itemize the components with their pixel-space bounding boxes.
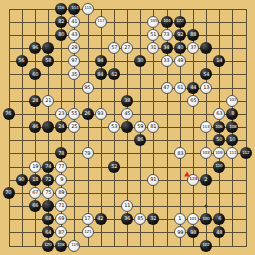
move-number: 25 xyxy=(71,124,77,129)
black-stone-88: 88 xyxy=(187,29,199,41)
move-number: 64 xyxy=(45,230,51,235)
move-number: 45 xyxy=(124,111,130,116)
white-stone-119: 119 xyxy=(68,240,80,252)
move-number: 110 xyxy=(216,164,223,168)
move-number: 46 xyxy=(32,124,38,129)
last-move-marker-icon xyxy=(184,171,190,176)
white-stone-77: 77 xyxy=(55,161,67,173)
move-number: 86 xyxy=(137,138,143,143)
move-number: 47 xyxy=(164,85,170,90)
white-stone-105: 105 xyxy=(147,16,159,28)
black-stone-104: 104 xyxy=(161,16,173,28)
move-number: 43 xyxy=(71,32,77,37)
white-stone-91: 91 xyxy=(147,174,159,186)
move-number: 63 xyxy=(216,111,222,116)
move-number: 122 xyxy=(176,20,183,24)
black-stone-90: 90 xyxy=(16,174,28,186)
white-stone-55: 55 xyxy=(68,108,80,120)
move-number: 40 xyxy=(177,45,183,50)
white-stone-45: 45 xyxy=(121,108,133,120)
white-stone-79: 79 xyxy=(82,147,94,159)
move-number: 83 xyxy=(177,151,183,156)
move-number: 85 xyxy=(137,217,143,222)
move-number: 68 xyxy=(45,217,51,222)
grid-line-horizontal xyxy=(9,140,247,141)
black-stone-120: 120 xyxy=(42,240,54,252)
black-stone-54: 54 xyxy=(200,68,212,80)
move-number: 103 xyxy=(203,151,210,155)
white-stone-23: 23 xyxy=(55,108,67,120)
black-stone-58: 58 xyxy=(42,55,54,67)
black-stone-106: 106 xyxy=(213,121,225,133)
white-stone-71: 71 xyxy=(55,200,67,212)
move-number: 35 xyxy=(71,72,77,77)
black-stone-56: 56 xyxy=(16,55,28,67)
black-stone-24: 24 xyxy=(55,121,67,133)
move-number: 78 xyxy=(58,151,64,156)
move-number: 28 xyxy=(32,98,38,103)
black-stone-82: 82 xyxy=(55,16,67,28)
black-stone-64: 64 xyxy=(42,226,54,238)
move-number: 119 xyxy=(71,243,78,247)
black-stone-handicap xyxy=(42,42,54,54)
black-stone-74: 74 xyxy=(42,161,54,173)
move-number: 77 xyxy=(58,164,64,169)
move-number: 75 xyxy=(45,190,51,195)
move-number: 116 xyxy=(58,6,65,10)
move-number: 95 xyxy=(85,85,91,90)
move-number: 11 xyxy=(124,204,130,209)
move-number: 29 xyxy=(71,45,77,50)
move-number: 67 xyxy=(32,190,38,195)
black-stone-28: 28 xyxy=(29,95,41,107)
white-stone-41: 41 xyxy=(68,16,80,28)
move-number: 111 xyxy=(229,151,236,155)
move-number: 62 xyxy=(111,72,117,77)
white-stone-1: 1 xyxy=(174,213,186,225)
move-number: 61 xyxy=(177,85,183,90)
move-number: 55 xyxy=(71,111,77,116)
move-number: 94 xyxy=(98,59,104,64)
white-stone-47: 47 xyxy=(161,82,173,94)
white-stone-59: 59 xyxy=(134,121,146,133)
black-stone-86: 86 xyxy=(134,134,146,146)
white-stone-57: 57 xyxy=(108,42,120,54)
move-number: 79 xyxy=(85,151,91,156)
black-stone-102: 102 xyxy=(200,240,212,252)
move-number: 98 xyxy=(190,230,196,235)
move-number: 14 xyxy=(216,59,222,64)
black-stone-84: 84 xyxy=(95,68,107,80)
move-number: 23 xyxy=(58,111,64,116)
move-number: 8 xyxy=(231,111,234,116)
move-number: 81 xyxy=(150,124,156,129)
move-number: 44 xyxy=(190,85,196,90)
white-stone-35: 35 xyxy=(68,68,80,80)
black-stone-118: 118 xyxy=(55,240,67,252)
black-stone-14: 14 xyxy=(213,55,225,67)
move-number: 107 xyxy=(229,99,236,103)
move-number: 91 xyxy=(150,177,156,182)
white-stone-97: 97 xyxy=(68,55,80,67)
move-number: 92 xyxy=(177,32,183,37)
white-stone-117: 117 xyxy=(95,16,107,28)
black-stone-100: 100 xyxy=(200,213,212,225)
white-stone-63: 63 xyxy=(213,108,225,120)
black-stone-32: 32 xyxy=(147,213,159,225)
black-stone-72: 72 xyxy=(42,174,54,186)
move-number: 21 xyxy=(45,98,51,103)
black-stone-114: 114 xyxy=(68,3,80,15)
move-number: 101 xyxy=(189,217,196,221)
move-number: 80 xyxy=(58,32,64,37)
move-number: 37 xyxy=(190,45,196,50)
white-stone-17: 17 xyxy=(82,213,94,225)
black-stone-66: 66 xyxy=(29,200,41,212)
move-number: 117 xyxy=(97,20,104,24)
move-number: 115 xyxy=(84,6,91,10)
move-number: 51 xyxy=(150,32,156,37)
move-number: 99 xyxy=(177,230,183,235)
move-number: 41 xyxy=(71,19,77,24)
move-number: 36 xyxy=(124,217,130,222)
white-stone-67: 67 xyxy=(29,187,41,199)
white-stone-61: 61 xyxy=(174,82,186,94)
move-number: 90 xyxy=(19,177,25,182)
black-stone-108: 108 xyxy=(226,121,238,133)
move-number: 18 xyxy=(32,177,38,182)
move-number: 26 xyxy=(85,111,91,116)
move-number: 9 xyxy=(60,177,63,182)
white-stone-87: 87 xyxy=(55,226,67,238)
white-stone-49: 49 xyxy=(174,55,186,67)
move-number: 42 xyxy=(98,217,104,222)
black-stone-26: 26 xyxy=(82,108,94,120)
move-number: 96 xyxy=(32,45,38,50)
move-number: 118 xyxy=(58,243,65,247)
move-number: 2 xyxy=(205,177,208,182)
white-stone-99: 99 xyxy=(174,226,186,238)
move-number: 24 xyxy=(58,124,64,129)
white-stone-81: 81 xyxy=(147,121,159,133)
move-number: 87 xyxy=(58,230,64,235)
black-stone-handicap xyxy=(121,121,133,133)
move-number: 123 xyxy=(189,178,197,182)
white-stone-83: 83 xyxy=(174,147,186,159)
black-stone-122: 122 xyxy=(174,16,186,28)
black-stone-52: 52 xyxy=(108,161,120,173)
black-stone-8: 8 xyxy=(226,108,238,120)
move-number: 27 xyxy=(124,45,130,50)
black-stone-116: 116 xyxy=(55,3,67,15)
move-number: 93 xyxy=(98,111,104,116)
move-number: 71 xyxy=(58,204,64,209)
white-stone-109: 109 xyxy=(213,147,225,159)
move-number: 106 xyxy=(216,125,223,129)
white-stone-21: 21 xyxy=(42,95,54,107)
black-stone-handicap xyxy=(42,200,54,212)
grid-line-vertical xyxy=(246,9,247,247)
black-stone-112: 112 xyxy=(240,147,252,159)
move-number: 100 xyxy=(203,217,210,221)
white-stone-85: 85 xyxy=(134,213,146,225)
black-stone-48: 48 xyxy=(213,226,225,238)
move-number: 82 xyxy=(58,19,64,24)
move-number: 10 xyxy=(229,138,235,143)
move-number: 30 xyxy=(137,59,143,64)
black-stone-40: 40 xyxy=(174,42,186,54)
move-number: 102 xyxy=(203,243,210,247)
move-number: 58 xyxy=(45,59,51,64)
white-stone-95: 95 xyxy=(82,82,94,94)
move-number: 19 xyxy=(32,164,38,169)
move-number: 13 xyxy=(203,85,209,90)
move-number: 72 xyxy=(45,177,51,182)
move-number: 59 xyxy=(137,124,143,129)
black-stone-60: 60 xyxy=(29,68,41,80)
white-stone-103: 103 xyxy=(200,147,212,159)
move-number: 33 xyxy=(164,59,170,64)
move-number: 32 xyxy=(150,217,156,222)
black-stone-46: 46 xyxy=(29,121,41,133)
move-number: 89 xyxy=(58,190,64,195)
move-number: 57 xyxy=(111,45,117,50)
black-stone-80: 80 xyxy=(55,29,67,41)
black-stone-50: 50 xyxy=(213,134,225,146)
hoshi-point xyxy=(205,205,208,208)
black-stone-110: 110 xyxy=(213,161,225,173)
white-stone-19: 19 xyxy=(29,161,41,173)
move-number: 6 xyxy=(218,217,221,222)
white-stone-53: 53 xyxy=(108,121,120,133)
white-stone-69: 69 xyxy=(55,213,67,225)
white-stone-93: 93 xyxy=(95,108,107,120)
white-stone-11: 11 xyxy=(121,200,133,212)
move-number: 97 xyxy=(71,59,77,64)
move-number: 60 xyxy=(32,72,38,77)
move-number: 73 xyxy=(164,32,170,37)
white-stone-65: 65 xyxy=(187,95,199,107)
white-stone-25: 25 xyxy=(68,121,80,133)
black-stone-10: 10 xyxy=(226,134,238,146)
move-number: 113 xyxy=(203,125,210,129)
white-stone-115: 115 xyxy=(82,3,94,15)
white-stone-27: 27 xyxy=(121,42,133,54)
black-stone-70: 70 xyxy=(3,187,15,199)
move-number: 54 xyxy=(203,72,209,77)
black-stone-36: 36 xyxy=(121,213,133,225)
black-stone-34: 34 xyxy=(161,42,173,54)
white-stone-111: 111 xyxy=(226,147,238,159)
move-number: 48 xyxy=(216,230,222,235)
move-number: 49 xyxy=(177,59,183,64)
white-stone-33: 33 xyxy=(161,55,173,67)
black-stone-44: 44 xyxy=(187,82,199,94)
move-number: 108 xyxy=(229,125,236,129)
white-stone-13: 13 xyxy=(200,82,212,94)
move-number: 52 xyxy=(111,164,117,169)
black-stone-38: 38 xyxy=(121,95,133,107)
black-stone-76: 76 xyxy=(3,108,15,120)
white-stone-51: 51 xyxy=(147,29,159,41)
white-stone-43: 43 xyxy=(68,29,80,41)
black-stone-68: 68 xyxy=(42,213,54,225)
white-stone-37: 37 xyxy=(187,42,199,54)
move-number: 109 xyxy=(216,151,223,155)
move-number: 31 xyxy=(150,45,156,50)
move-number: 120 xyxy=(45,243,52,247)
move-number: 56 xyxy=(19,59,25,64)
move-number: 38 xyxy=(124,98,130,103)
black-stone-96: 96 xyxy=(29,42,41,54)
black-stone-handicap xyxy=(42,121,54,133)
move-number: 104 xyxy=(163,20,170,24)
move-number: 105 xyxy=(150,20,157,24)
black-stone-6: 6 xyxy=(213,213,225,225)
white-stone-89: 89 xyxy=(55,187,67,199)
white-stone-113: 113 xyxy=(200,121,212,133)
go-board[interactable]: 1161141158241117105104122804351739288962… xyxy=(0,0,255,255)
move-number: 112 xyxy=(242,151,249,155)
move-number: 34 xyxy=(164,45,170,50)
move-number: 69 xyxy=(58,217,64,222)
move-number: 50 xyxy=(216,138,222,143)
white-stone-101: 101 xyxy=(187,213,199,225)
move-number: 17 xyxy=(85,217,91,222)
move-number: 84 xyxy=(98,72,104,77)
white-stone-9: 9 xyxy=(55,174,67,186)
white-stone-121: 121 xyxy=(82,226,94,238)
white-stone-107: 107 xyxy=(226,95,238,107)
move-number: 66 xyxy=(32,204,38,209)
black-stone-30: 30 xyxy=(134,55,146,67)
black-stone-62: 62 xyxy=(108,68,120,80)
white-stone-29: 29 xyxy=(68,42,80,54)
move-number: 74 xyxy=(45,164,51,169)
move-number: 76 xyxy=(6,111,12,116)
move-number: 121 xyxy=(84,230,91,234)
move-number: 1 xyxy=(178,217,181,222)
black-stone-78: 78 xyxy=(55,147,67,159)
white-stone-31: 31 xyxy=(147,42,159,54)
black-stone-98: 98 xyxy=(187,226,199,238)
black-stone-92: 92 xyxy=(174,29,186,41)
move-number: 70 xyxy=(6,190,12,195)
move-number: 53 xyxy=(111,124,117,129)
white-stone-73: 73 xyxy=(161,29,173,41)
black-stone-handicap xyxy=(200,42,212,54)
move-number: 114 xyxy=(71,6,78,10)
black-stone-2: 2 xyxy=(200,174,212,186)
black-stone-94: 94 xyxy=(95,55,107,67)
white-stone-75: 75 xyxy=(42,187,54,199)
move-number: 88 xyxy=(190,32,196,37)
black-stone-42: 42 xyxy=(95,213,107,225)
move-number: 65 xyxy=(190,98,196,103)
black-stone-18: 18 xyxy=(29,174,41,186)
